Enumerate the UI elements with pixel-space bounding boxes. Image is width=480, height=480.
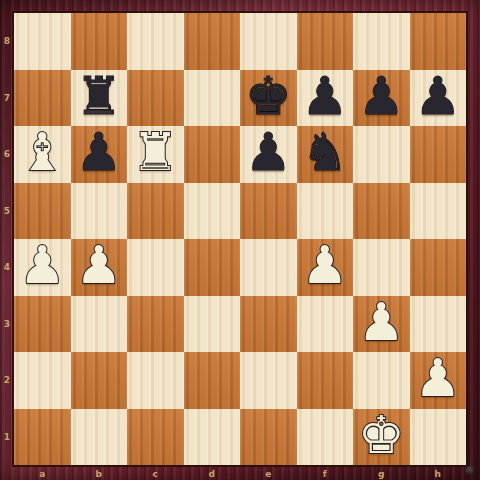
square-a7[interactable]	[14, 70, 71, 127]
square-c2[interactable]	[127, 352, 184, 409]
square-c4[interactable]	[127, 239, 184, 296]
square-c6[interactable]: ♜	[127, 126, 184, 183]
file-label-e: e	[240, 467, 297, 480]
file-label-a: a	[14, 467, 71, 480]
square-g5[interactable]	[353, 183, 410, 240]
square-b6[interactable]: ♟	[71, 126, 128, 183]
piece-white-rook: ♜	[132, 126, 179, 178]
square-d7[interactable]	[184, 70, 241, 127]
file-label-c: c	[127, 467, 184, 480]
square-g8[interactable]	[353, 13, 410, 70]
piece-white-king: ♚	[358, 409, 405, 461]
square-a2[interactable]	[14, 352, 71, 409]
square-b2[interactable]	[71, 352, 128, 409]
piece-black-pawn: ♟	[301, 70, 348, 122]
chessboard-diagram: ♜♚♟♟♟♝♟♜♟♞♟♟♟♟♟♚ 87654321 abcdefgh	[0, 0, 480, 480]
square-d5[interactable]	[184, 183, 241, 240]
rank-label-8: 8	[0, 13, 14, 70]
square-h3[interactable]	[410, 296, 467, 353]
square-a5[interactable]	[14, 183, 71, 240]
square-f2[interactable]	[297, 352, 354, 409]
corner-mark	[465, 465, 476, 476]
square-d2[interactable]	[184, 352, 241, 409]
chess-board: ♜♚♟♟♟♝♟♜♟♞♟♟♟♟♟♚	[14, 13, 466, 465]
piece-black-rook: ♜	[75, 70, 122, 122]
file-labels: abcdefgh	[14, 467, 466, 480]
square-f7[interactable]: ♟	[297, 70, 354, 127]
square-g3[interactable]: ♟	[353, 296, 410, 353]
rank-label-1: 1	[0, 409, 14, 466]
square-e4[interactable]	[240, 239, 297, 296]
file-label-f: f	[297, 467, 354, 480]
square-e2[interactable]	[240, 352, 297, 409]
square-d6[interactable]	[184, 126, 241, 183]
square-g1[interactable]: ♚	[353, 409, 410, 466]
rank-labels: 87654321	[0, 13, 14, 465]
square-a3[interactable]	[14, 296, 71, 353]
square-a6[interactable]: ♝	[14, 126, 71, 183]
piece-white-pawn: ♟	[358, 296, 405, 348]
square-g4[interactable]	[353, 239, 410, 296]
square-g2[interactable]	[353, 352, 410, 409]
file-label-d: d	[184, 467, 241, 480]
square-a8[interactable]	[14, 13, 71, 70]
square-h7[interactable]: ♟	[410, 70, 467, 127]
square-d8[interactable]	[184, 13, 241, 70]
square-h2[interactable]: ♟	[410, 352, 467, 409]
file-label-b: b	[71, 467, 128, 480]
square-h4[interactable]	[410, 239, 467, 296]
rank-label-6: 6	[0, 126, 14, 183]
square-b4[interactable]: ♟	[71, 239, 128, 296]
square-f6[interactable]: ♞	[297, 126, 354, 183]
square-f5[interactable]	[297, 183, 354, 240]
piece-black-pawn: ♟	[358, 70, 405, 122]
rank-label-4: 4	[0, 239, 14, 296]
piece-white-bishop: ♝	[19, 126, 66, 178]
rank-label-5: 5	[0, 183, 14, 240]
square-h5[interactable]	[410, 183, 467, 240]
square-d3[interactable]	[184, 296, 241, 353]
square-f1[interactable]	[297, 409, 354, 466]
square-f4[interactable]: ♟	[297, 239, 354, 296]
square-e7[interactable]: ♚	[240, 70, 297, 127]
square-b8[interactable]	[71, 13, 128, 70]
piece-white-pawn: ♟	[75, 239, 122, 291]
square-b7[interactable]: ♜	[71, 70, 128, 127]
square-c7[interactable]	[127, 70, 184, 127]
rank-label-2: 2	[0, 352, 14, 409]
square-h1[interactable]	[410, 409, 467, 466]
square-e3[interactable]	[240, 296, 297, 353]
square-a4[interactable]: ♟	[14, 239, 71, 296]
piece-white-pawn: ♟	[301, 239, 348, 291]
square-g6[interactable]	[353, 126, 410, 183]
square-g7[interactable]: ♟	[353, 70, 410, 127]
square-b3[interactable]	[71, 296, 128, 353]
piece-black-pawn: ♟	[75, 126, 122, 178]
square-c8[interactable]	[127, 13, 184, 70]
square-a1[interactable]	[14, 409, 71, 466]
square-e1[interactable]	[240, 409, 297, 466]
piece-black-pawn: ♟	[245, 126, 292, 178]
square-d1[interactable]	[184, 409, 241, 466]
square-c1[interactable]	[127, 409, 184, 466]
square-d4[interactable]	[184, 239, 241, 296]
file-label-h: h	[410, 467, 467, 480]
square-b5[interactable]	[71, 183, 128, 240]
square-c5[interactable]	[127, 183, 184, 240]
square-h6[interactable]	[410, 126, 467, 183]
piece-black-knight: ♞	[301, 126, 348, 178]
square-e6[interactable]: ♟	[240, 126, 297, 183]
piece-white-pawn: ♟	[414, 352, 461, 404]
square-b1[interactable]	[71, 409, 128, 466]
square-c3[interactable]	[127, 296, 184, 353]
file-label-g: g	[353, 467, 410, 480]
square-e5[interactable]	[240, 183, 297, 240]
square-h8[interactable]	[410, 13, 467, 70]
piece-white-pawn: ♟	[19, 239, 66, 291]
rank-label-3: 3	[0, 296, 14, 353]
square-f3[interactable]	[297, 296, 354, 353]
rank-label-7: 7	[0, 70, 14, 127]
square-f8[interactable]	[297, 13, 354, 70]
piece-black-pawn: ♟	[414, 70, 461, 122]
square-e8[interactable]	[240, 13, 297, 70]
piece-black-king: ♚	[245, 70, 292, 122]
